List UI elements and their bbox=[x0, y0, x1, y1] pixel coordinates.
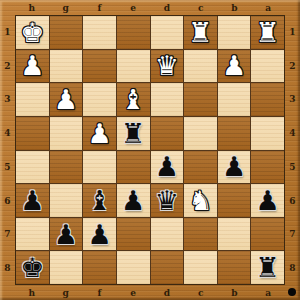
square-d3[interactable] bbox=[151, 83, 184, 116]
square-g8[interactable] bbox=[50, 251, 83, 284]
file-label-b: b bbox=[218, 0, 252, 15]
square-d1[interactable] bbox=[151, 16, 184, 49]
square-f6[interactable]: ♝ bbox=[83, 184, 116, 217]
square-e6[interactable]: ♟ bbox=[117, 184, 150, 217]
square-b5[interactable]: ♟ bbox=[218, 151, 251, 184]
black-queen-d6[interactable]: ♛ bbox=[155, 187, 179, 214]
square-d7[interactable] bbox=[151, 218, 184, 251]
square-h8[interactable]: ♚ bbox=[16, 251, 49, 284]
square-e1[interactable] bbox=[117, 16, 150, 49]
square-a8[interactable]: ♜ bbox=[251, 251, 284, 284]
white-pawn-b2[interactable]: ♟ bbox=[222, 52, 246, 79]
rank-labels-right: 12345678 bbox=[285, 15, 300, 285]
file-label-g: g bbox=[49, 0, 83, 15]
square-h6[interactable]: ♟ bbox=[16, 184, 49, 217]
file-label-d: d bbox=[150, 0, 184, 15]
square-c2[interactable] bbox=[184, 50, 217, 83]
square-b2[interactable]: ♟ bbox=[218, 50, 251, 83]
square-f5[interactable] bbox=[83, 151, 116, 184]
rank-label-8: 8 bbox=[0, 251, 15, 285]
rank-label-8: 8 bbox=[285, 251, 300, 285]
square-d5[interactable]: ♟ bbox=[151, 151, 184, 184]
square-h2[interactable]: ♟ bbox=[16, 50, 49, 83]
file-labels-bottom: hgfedcba bbox=[15, 285, 285, 300]
white-pawn-h2[interactable]: ♟ bbox=[20, 52, 44, 79]
rank-labels-left: 12345678 bbox=[0, 15, 15, 285]
file-label-c: c bbox=[184, 0, 218, 15]
black-pawn-d5[interactable]: ♟ bbox=[155, 153, 179, 180]
square-f2[interactable] bbox=[83, 50, 116, 83]
file-label-a: a bbox=[251, 285, 285, 300]
square-e8[interactable] bbox=[117, 251, 150, 284]
file-label-g: g bbox=[49, 285, 83, 300]
rank-label-2: 2 bbox=[285, 49, 300, 83]
square-a6[interactable]: ♟ bbox=[251, 184, 284, 217]
file-label-e: e bbox=[116, 0, 150, 15]
file-label-h: h bbox=[15, 0, 49, 15]
file-label-a: a bbox=[251, 0, 285, 15]
square-d4[interactable] bbox=[151, 117, 184, 150]
square-e5[interactable] bbox=[117, 151, 150, 184]
black-pawn-h6[interactable]: ♟ bbox=[20, 187, 44, 214]
file-label-b: b bbox=[218, 285, 252, 300]
rank-label-1: 1 bbox=[0, 15, 15, 49]
square-f8[interactable] bbox=[83, 251, 116, 284]
square-a1[interactable]: ♜ bbox=[251, 16, 284, 49]
square-g5[interactable] bbox=[50, 151, 83, 184]
white-pawn-g3[interactable]: ♟ bbox=[54, 86, 78, 113]
black-pawn-f7[interactable]: ♟ bbox=[87, 221, 111, 248]
white-knight-c6[interactable]: ♞ bbox=[188, 187, 212, 214]
rank-label-3: 3 bbox=[0, 83, 15, 117]
white-bishop-e3[interactable]: ♝ bbox=[121, 86, 145, 113]
square-e4[interactable]: ♜ bbox=[117, 117, 150, 150]
square-f1[interactable] bbox=[83, 16, 116, 49]
rank-label-7: 7 bbox=[0, 218, 15, 252]
square-g1[interactable] bbox=[50, 16, 83, 49]
file-label-d: d bbox=[150, 285, 184, 300]
black-king-h8[interactable]: ♚ bbox=[20, 254, 44, 281]
square-d8[interactable] bbox=[151, 251, 184, 284]
square-h7[interactable] bbox=[16, 218, 49, 251]
square-h1[interactable]: ♚ bbox=[16, 16, 49, 49]
square-b7[interactable] bbox=[218, 218, 251, 251]
white-rook-a1[interactable]: ♜ bbox=[256, 19, 280, 46]
rank-label-3: 3 bbox=[285, 83, 300, 117]
square-b4[interactable] bbox=[218, 117, 251, 150]
rank-label-6: 6 bbox=[285, 184, 300, 218]
white-queen-d2[interactable]: ♛ bbox=[155, 52, 179, 79]
square-c8[interactable] bbox=[184, 251, 217, 284]
square-g2[interactable] bbox=[50, 50, 83, 83]
square-a7[interactable] bbox=[251, 218, 284, 251]
white-pawn-f4[interactable]: ♟ bbox=[87, 120, 111, 147]
square-h4[interactable] bbox=[16, 117, 49, 150]
rank-label-1: 1 bbox=[285, 15, 300, 49]
rank-label-6: 6 bbox=[0, 184, 15, 218]
file-label-h: h bbox=[15, 285, 49, 300]
rank-label-5: 5 bbox=[0, 150, 15, 184]
black-pawn-a6[interactable]: ♟ bbox=[256, 187, 280, 214]
file-labels-top: hgfedcba bbox=[15, 0, 285, 15]
square-b6[interactable] bbox=[218, 184, 251, 217]
file-label-f: f bbox=[83, 285, 117, 300]
square-a5[interactable] bbox=[251, 151, 284, 184]
square-g4[interactable] bbox=[50, 117, 83, 150]
black-rook-a8[interactable]: ♜ bbox=[256, 254, 280, 281]
black-pawn-g7[interactable]: ♟ bbox=[54, 221, 78, 248]
square-h3[interactable] bbox=[16, 83, 49, 116]
black-pawn-b5[interactable]: ♟ bbox=[222, 153, 246, 180]
square-f4[interactable]: ♟ bbox=[83, 117, 116, 150]
board: ♚♜♜♟♛♟♟♝♟♜♟♟♟♝♟♛♞♟♟♟♚♜ bbox=[15, 15, 285, 285]
rank-label-2: 2 bbox=[0, 49, 15, 83]
file-label-e: e bbox=[116, 285, 150, 300]
square-g7[interactable]: ♟ bbox=[50, 218, 83, 251]
square-c6[interactable]: ♞ bbox=[184, 184, 217, 217]
black-to-move-indicator-dot bbox=[288, 288, 296, 296]
square-a2[interactable] bbox=[251, 50, 284, 83]
square-a3[interactable] bbox=[251, 83, 284, 116]
square-d2[interactable]: ♛ bbox=[151, 50, 184, 83]
rank-label-7: 7 bbox=[285, 218, 300, 252]
square-c4[interactable] bbox=[184, 117, 217, 150]
chessboard-app: hgfedcba hgfedcba 12345678 12345678 ♚♜♜♟… bbox=[0, 0, 300, 300]
square-c5[interactable] bbox=[184, 151, 217, 184]
file-label-c: c bbox=[184, 285, 218, 300]
square-a4[interactable] bbox=[251, 117, 284, 150]
square-e2[interactable] bbox=[117, 50, 150, 83]
black-pawn-e6[interactable]: ♟ bbox=[121, 187, 145, 214]
square-b8[interactable] bbox=[218, 251, 251, 284]
square-e7[interactable] bbox=[117, 218, 150, 251]
black-rook-e4[interactable]: ♜ bbox=[121, 120, 145, 147]
square-b1[interactable] bbox=[218, 16, 251, 49]
square-g6[interactable] bbox=[50, 184, 83, 217]
square-c3[interactable] bbox=[184, 83, 217, 116]
file-label-f: f bbox=[83, 0, 117, 15]
rank-label-5: 5 bbox=[285, 150, 300, 184]
rank-label-4: 4 bbox=[0, 116, 15, 150]
square-g3[interactable]: ♟ bbox=[50, 83, 83, 116]
square-e3[interactable]: ♝ bbox=[117, 83, 150, 116]
square-b3[interactable] bbox=[218, 83, 251, 116]
square-f7[interactable]: ♟ bbox=[83, 218, 116, 251]
square-h5[interactable] bbox=[16, 151, 49, 184]
square-f3[interactable] bbox=[83, 83, 116, 116]
black-bishop-f6[interactable]: ♝ bbox=[87, 187, 111, 214]
square-d6[interactable]: ♛ bbox=[151, 184, 184, 217]
square-c1[interactable]: ♜ bbox=[184, 16, 217, 49]
rank-label-4: 4 bbox=[285, 116, 300, 150]
white-king-h1[interactable]: ♚ bbox=[20, 19, 44, 46]
white-rook-c1[interactable]: ♜ bbox=[188, 19, 212, 46]
square-c7[interactable] bbox=[184, 218, 217, 251]
